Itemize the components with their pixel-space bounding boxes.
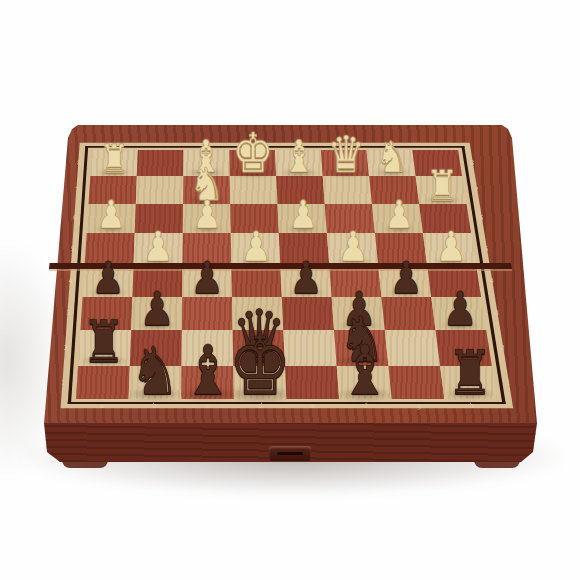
piece-black-pawn-h3[interactable]: ♟ <box>443 286 478 333</box>
file-label-a: a <box>100 403 104 410</box>
piece-white-bishop-e8[interactable]: ♝ <box>282 135 316 180</box>
piece-black-rook-h1[interactable]: ♜ <box>447 343 493 405</box>
piece-black-king-d1[interactable]: ♚ <box>228 323 292 407</box>
piece-white-king-d8[interactable]: ♚ <box>232 126 273 181</box>
piece-black-rook-a2[interactable]: ♜ <box>82 312 126 370</box>
chess-board: abcdefgh8877665544332211♜♝♚♝♛♞♞♜♟♟♟♟♟♟♟♟… <box>0 0 580 580</box>
piece-black-pawn-b3[interactable]: ♟ <box>139 286 174 333</box>
rank-label-left-7: 7 <box>75 187 79 194</box>
piece-white-rook-a8[interactable]: ♜ <box>99 139 129 179</box>
rank-label-right-4: 4 <box>490 278 494 285</box>
rank-label-right-8: 8 <box>470 160 474 167</box>
piece-white-pawn-f5[interactable]: ♟ <box>338 227 369 268</box>
file-label-e: e <box>311 403 315 410</box>
piece-black-pawn-a4[interactable]: ♟ <box>91 256 124 300</box>
rank-label-left-2: 2 <box>64 345 68 352</box>
file-label-g: g <box>417 403 421 410</box>
piece-white-pawn-h5[interactable]: ♟ <box>436 227 467 268</box>
piece-black-knight-b1[interactable]: ♞ <box>130 339 180 405</box>
piece-black-pawn-c4[interactable]: ♟ <box>190 256 223 300</box>
rank-label-left-5: 5 <box>71 246 75 253</box>
piece-white-rook-h7[interactable]: ♜ <box>426 164 458 207</box>
piece-white-pawn-e6[interactable]: ♟ <box>288 196 317 235</box>
piece-white-pawn-b5[interactable]: ♟ <box>142 227 173 268</box>
rank-label-left-4: 4 <box>68 278 72 285</box>
rank-label-right-6: 6 <box>479 215 483 222</box>
piece-white-pawn-d5[interactable]: ♟ <box>240 227 271 268</box>
piece-white-pawn-a6[interactable]: ♟ <box>96 196 125 235</box>
rank-label-left-8: 8 <box>77 160 81 167</box>
rank-label-right-3: 3 <box>495 310 499 317</box>
rank-label-left-3: 3 <box>66 310 70 317</box>
piece-white-knight-g8[interactable]: ♞ <box>376 136 408 179</box>
rank-label-left-1: 1 <box>61 379 65 386</box>
piece-black-pawn-e4[interactable]: ♟ <box>290 256 323 300</box>
piece-black-bishop-f1[interactable]: ♝ <box>339 337 391 405</box>
rank-label-right-7: 7 <box>475 187 479 194</box>
piece-white-pawn-g6[interactable]: ♟ <box>384 196 413 235</box>
piece-white-queen-f8[interactable]: ♛ <box>327 130 365 181</box>
chess-set-photo: abcdefgh8877665544332211♜♝♚♝♛♞♞♜♟♟♟♟♟♟♟♟… <box>0 0 580 580</box>
rank-label-right-2: 2 <box>500 345 504 352</box>
rank-label-right-1: 1 <box>506 379 510 386</box>
piece-white-pawn-c6[interactable]: ♟ <box>192 196 221 235</box>
rank-label-right-5: 5 <box>484 246 488 253</box>
piece-black-pawn-g4[interactable]: ♟ <box>389 256 422 300</box>
rank-label-left-6: 6 <box>73 215 77 222</box>
